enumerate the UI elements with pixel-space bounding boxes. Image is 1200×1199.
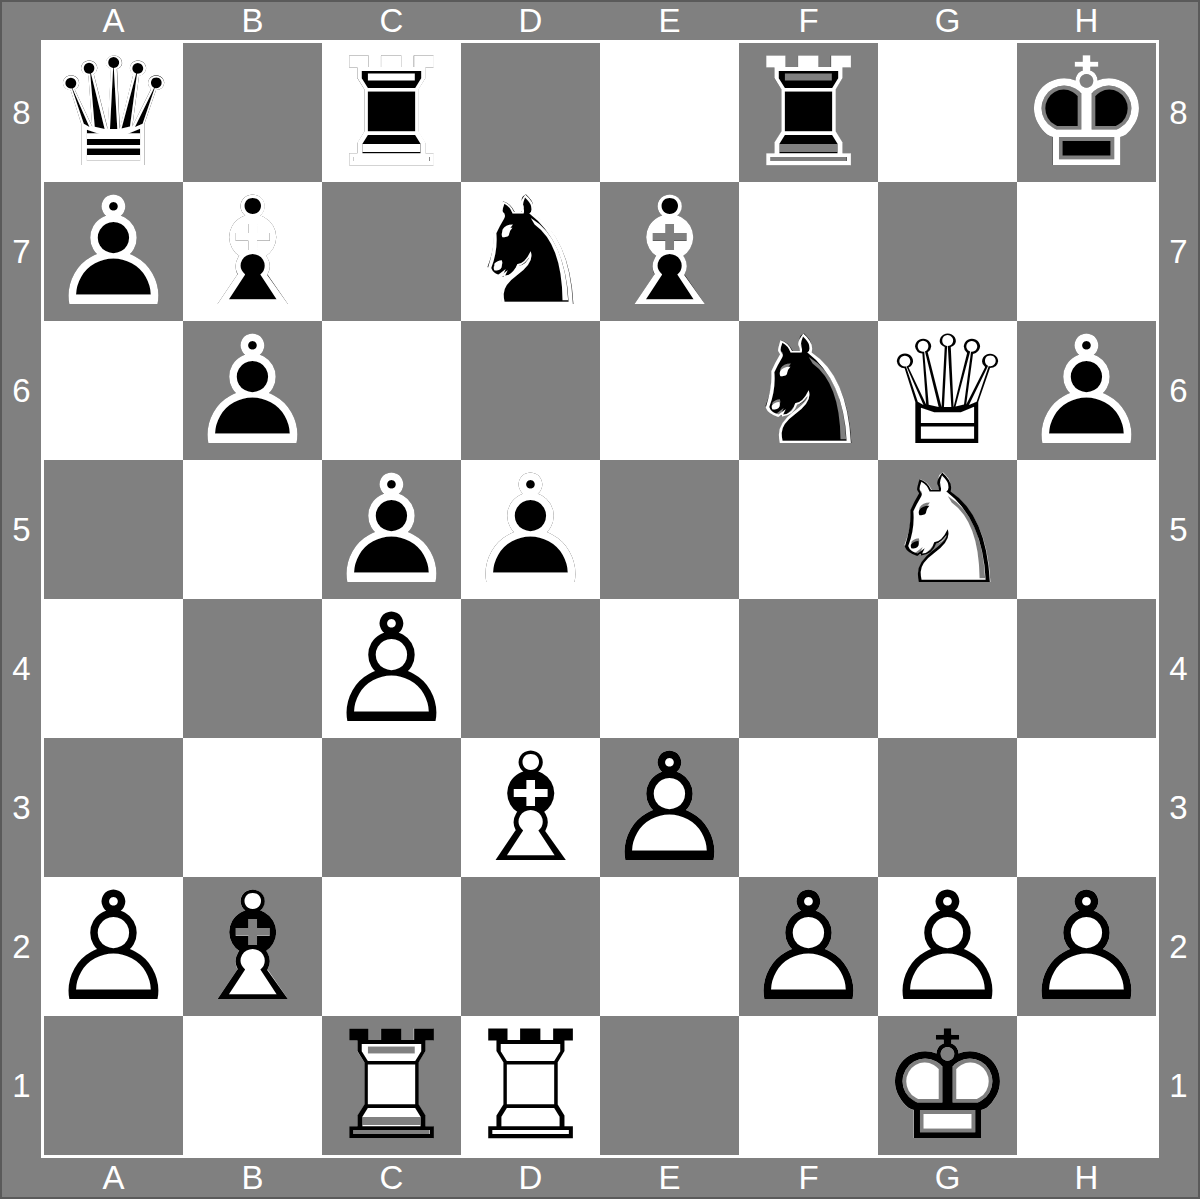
square-d2[interactable] <box>461 877 600 1016</box>
rank-label-left-8: 8 <box>2 43 41 182</box>
square-h5[interactable] <box>1017 460 1156 599</box>
piece-outline-layer: ♙ <box>44 877 183 1016</box>
white-pawn-piece: ♟♙ <box>1017 877 1156 1016</box>
square-g4[interactable] <box>878 599 1017 738</box>
rank-label-left-5: 5 <box>2 460 41 599</box>
piece-fill-layer: ♜ <box>739 43 878 182</box>
square-g2[interactable]: ♟♙ <box>878 877 1017 1016</box>
black-pawn-piece: ♟♙ <box>461 460 600 599</box>
square-d1[interactable]: ♜♖ <box>461 1016 600 1155</box>
piece-outline-layer: ♖ <box>461 1016 600 1155</box>
piece-outline-layer: ♘ <box>461 182 600 321</box>
file-label-bottom-a: A <box>44 1158 183 1197</box>
square-h3[interactable] <box>1017 738 1156 877</box>
square-d3[interactable]: ♝♗ <box>461 738 600 877</box>
piece-fill-layer: ♟ <box>183 321 322 460</box>
square-a8[interactable]: ♛♕ <box>44 43 183 182</box>
square-f6[interactable]: ♞♘ <box>739 321 878 460</box>
piece-outline-layer: ♕ <box>44 43 183 182</box>
piece-outline-layer: ♖ <box>322 1016 461 1155</box>
piece-fill-layer: ♟ <box>44 877 183 1016</box>
piece-outline-layer: ♙ <box>322 599 461 738</box>
rank-labels-right: 87654321 <box>1159 40 1198 1158</box>
piece-outline-layer: ♙ <box>461 460 600 599</box>
square-g3[interactable] <box>878 738 1017 877</box>
piece-outline-layer: ♕ <box>878 321 1017 460</box>
piece-fill-layer: ♚ <box>878 1016 1017 1155</box>
piece-fill-layer: ♜ <box>322 43 461 182</box>
file-labels-top: ABCDEFGH <box>2 2 1198 40</box>
rank-label-right-7: 7 <box>1159 182 1198 321</box>
file-label-top-a: A <box>44 2 183 40</box>
square-b1[interactable] <box>183 1016 322 1155</box>
square-h1[interactable] <box>1017 1016 1156 1155</box>
rank-label-right-2: 2 <box>1159 877 1198 1016</box>
square-g7[interactable] <box>878 182 1017 321</box>
black-king-piece: ♚♔ <box>1017 43 1156 182</box>
square-b7[interactable]: ♝♗ <box>183 182 322 321</box>
piece-fill-layer: ♚ <box>1017 43 1156 182</box>
piece-fill-layer: ♜ <box>461 1016 600 1155</box>
square-h2[interactable]: ♟♙ <box>1017 877 1156 1016</box>
square-d6[interactable] <box>461 321 600 460</box>
piece-outline-layer: ♙ <box>600 738 739 877</box>
piece-fill-layer: ♟ <box>461 460 600 599</box>
piece-outline-layer: ♙ <box>1017 877 1156 1016</box>
piece-fill-layer: ♟ <box>322 599 461 738</box>
square-c5[interactable]: ♟♙ <box>322 460 461 599</box>
square-b3[interactable] <box>183 738 322 877</box>
square-a5[interactable] <box>44 460 183 599</box>
piece-outline-layer: ♘ <box>739 321 878 460</box>
piece-outline-layer: ♙ <box>1017 321 1156 460</box>
black-bishop-piece: ♝♗ <box>600 182 739 321</box>
white-knight-piece: ♞♘ <box>878 460 1017 599</box>
white-pawn-piece: ♟♙ <box>600 738 739 877</box>
rank-label-right-4: 4 <box>1159 599 1198 738</box>
file-label-top-d: D <box>461 2 600 40</box>
file-label-top-b: B <box>183 2 322 40</box>
square-e4[interactable] <box>600 599 739 738</box>
piece-fill-layer: ♟ <box>44 182 183 321</box>
piece-outline-layer: ♙ <box>322 460 461 599</box>
square-f3[interactable] <box>739 738 878 877</box>
piece-outline-layer: ♗ <box>183 182 322 321</box>
piece-outline-layer: ♘ <box>878 460 1017 599</box>
piece-fill-layer: ♝ <box>183 182 322 321</box>
piece-fill-layer: ♞ <box>739 321 878 460</box>
square-e2[interactable] <box>600 877 739 1016</box>
rank-label-left-7: 7 <box>2 182 41 321</box>
square-b5[interactable] <box>183 460 322 599</box>
piece-outline-layer: ♙ <box>44 182 183 321</box>
file-label-bottom-e: E <box>600 1158 739 1197</box>
file-label-bottom-c: C <box>322 1158 461 1197</box>
square-f5[interactable] <box>739 460 878 599</box>
square-a7[interactable]: ♟♙ <box>44 182 183 321</box>
piece-outline-layer: ♙ <box>739 877 878 1016</box>
piece-outline-layer: ♔ <box>878 1016 1017 1155</box>
black-rook-piece: ♜♖ <box>322 43 461 182</box>
rank-label-right-5: 5 <box>1159 460 1198 599</box>
rank-label-left-6: 6 <box>2 321 41 460</box>
black-pawn-piece: ♟♙ <box>1017 321 1156 460</box>
black-bishop-piece: ♝♗ <box>183 182 322 321</box>
file-label-top-e: E <box>600 2 739 40</box>
white-bishop-piece: ♝♗ <box>461 738 600 877</box>
rank-label-right-6: 6 <box>1159 321 1198 460</box>
white-pawn-piece: ♟♙ <box>44 877 183 1016</box>
black-knight-piece: ♞♘ <box>739 321 878 460</box>
square-d4[interactable] <box>461 599 600 738</box>
piece-fill-layer: ♟ <box>600 738 739 877</box>
piece-fill-layer: ♝ <box>461 738 600 877</box>
square-e8[interactable] <box>600 43 739 182</box>
black-pawn-piece: ♟♙ <box>44 182 183 321</box>
file-label-bottom-b: B <box>183 1158 322 1197</box>
square-h4[interactable] <box>1017 599 1156 738</box>
board-middle-band: 87654321 ♛♕♜♖♜♖♚♔♟♙♝♗♞♘♝♗♟♙♞♘♛♕♟♙♟♙♟♙♞♘♟… <box>2 40 1198 1158</box>
square-c7[interactable] <box>322 182 461 321</box>
black-rook-piece: ♜♖ <box>739 43 878 182</box>
piece-outline-layer: ♗ <box>461 738 600 877</box>
square-c3[interactable] <box>322 738 461 877</box>
square-e5[interactable] <box>600 460 739 599</box>
rank-label-right-8: 8 <box>1159 43 1198 182</box>
file-label-top-c: C <box>322 2 461 40</box>
square-c2[interactable] <box>322 877 461 1016</box>
rank-label-left-3: 3 <box>2 738 41 877</box>
piece-fill-layer: ♝ <box>600 182 739 321</box>
square-h7[interactable] <box>1017 182 1156 321</box>
piece-fill-layer: ♟ <box>1017 321 1156 460</box>
square-f1[interactable] <box>739 1016 878 1155</box>
square-c1[interactable]: ♜♖ <box>322 1016 461 1155</box>
black-pawn-piece: ♟♙ <box>183 321 322 460</box>
square-f4[interactable] <box>739 599 878 738</box>
square-g5[interactable]: ♞♘ <box>878 460 1017 599</box>
black-knight-piece: ♞♘ <box>461 182 600 321</box>
square-d5[interactable]: ♟♙ <box>461 460 600 599</box>
piece-fill-layer: ♜ <box>322 1016 461 1155</box>
square-e6[interactable] <box>600 321 739 460</box>
piece-outline-layer: ♙ <box>878 877 1017 1016</box>
file-label-bottom-f: F <box>739 1158 878 1197</box>
square-b6[interactable]: ♟♙ <box>183 321 322 460</box>
piece-outline-layer: ♗ <box>183 877 322 1016</box>
piece-fill-layer: ♟ <box>878 877 1017 1016</box>
piece-outline-layer: ♗ <box>600 182 739 321</box>
piece-outline-layer: ♖ <box>739 43 878 182</box>
white-pawn-piece: ♟♙ <box>739 877 878 1016</box>
white-bishop-piece: ♝♗ <box>183 877 322 1016</box>
white-rook-piece: ♜♖ <box>322 1016 461 1155</box>
white-rook-piece: ♜♖ <box>461 1016 600 1155</box>
square-g6[interactable]: ♛♕ <box>878 321 1017 460</box>
square-e1[interactable] <box>600 1016 739 1155</box>
square-a1[interactable] <box>44 1016 183 1155</box>
square-c6[interactable] <box>322 321 461 460</box>
file-label-top-g: G <box>878 2 1017 40</box>
square-a6[interactable] <box>44 321 183 460</box>
file-label-bottom-d: D <box>461 1158 600 1197</box>
black-queen-piece: ♛♕ <box>44 43 183 182</box>
square-h8[interactable]: ♚♔ <box>1017 43 1156 182</box>
rank-labels-left: 87654321 <box>2 40 41 1158</box>
square-c8[interactable]: ♜♖ <box>322 43 461 182</box>
square-b2[interactable]: ♝♗ <box>183 877 322 1016</box>
rank-label-right-1: 1 <box>1159 1016 1198 1155</box>
file-label-top-h: H <box>1017 2 1156 40</box>
square-g8[interactable] <box>878 43 1017 182</box>
square-f2[interactable]: ♟♙ <box>739 877 878 1016</box>
piece-outline-layer: ♔ <box>1017 43 1156 182</box>
piece-fill-layer: ♞ <box>461 182 600 321</box>
white-pawn-piece: ♟♙ <box>322 599 461 738</box>
square-b8[interactable] <box>183 43 322 182</box>
piece-fill-layer: ♛ <box>44 43 183 182</box>
square-d8[interactable] <box>461 43 600 182</box>
square-e3[interactable]: ♟♙ <box>600 738 739 877</box>
piece-outline-layer: ♙ <box>183 321 322 460</box>
square-a3[interactable] <box>44 738 183 877</box>
square-d7[interactable]: ♞♘ <box>461 182 600 321</box>
square-a2[interactable]: ♟♙ <box>44 877 183 1016</box>
file-label-bottom-g: G <box>878 1158 1017 1197</box>
rank-label-left-4: 4 <box>2 599 41 738</box>
white-queen-piece: ♛♕ <box>878 321 1017 460</box>
square-g1[interactable]: ♚♔ <box>878 1016 1017 1155</box>
square-b4[interactable] <box>183 599 322 738</box>
white-pawn-piece: ♟♙ <box>878 877 1017 1016</box>
square-c4[interactable]: ♟♙ <box>322 599 461 738</box>
square-f8[interactable]: ♜♖ <box>739 43 878 182</box>
square-e7[interactable]: ♝♗ <box>600 182 739 321</box>
piece-fill-layer: ♟ <box>739 877 878 1016</box>
white-king-piece: ♚♔ <box>878 1016 1017 1155</box>
black-pawn-piece: ♟♙ <box>322 460 461 599</box>
piece-fill-layer: ♞ <box>878 460 1017 599</box>
piece-fill-layer: ♛ <box>878 321 1017 460</box>
chessboard: ♛♕♜♖♜♖♚♔♟♙♝♗♞♘♝♗♟♙♞♘♛♕♟♙♟♙♟♙♞♘♟♙♝♗♟♙♟♙♝♗… <box>41 40 1159 1158</box>
square-h6[interactable]: ♟♙ <box>1017 321 1156 460</box>
file-label-top-f: F <box>739 2 878 40</box>
piece-outline-layer: ♖ <box>322 43 461 182</box>
rank-label-left-2: 2 <box>2 877 41 1016</box>
file-label-bottom-h: H <box>1017 1158 1156 1197</box>
rank-label-left-1: 1 <box>2 1016 41 1155</box>
piece-fill-layer: ♟ <box>322 460 461 599</box>
file-labels-bottom: ABCDEFGH <box>2 1158 1198 1197</box>
chessboard-frame: ABCDEFGH 87654321 ♛♕♜♖♜♖♚♔♟♙♝♗♞♘♝♗♟♙♞♘♛♕… <box>0 0 1200 1199</box>
rank-label-right-3: 3 <box>1159 738 1198 877</box>
square-a4[interactable] <box>44 599 183 738</box>
piece-fill-layer: ♟ <box>1017 877 1156 1016</box>
piece-fill-layer: ♝ <box>183 877 322 1016</box>
square-f7[interactable] <box>739 182 878 321</box>
